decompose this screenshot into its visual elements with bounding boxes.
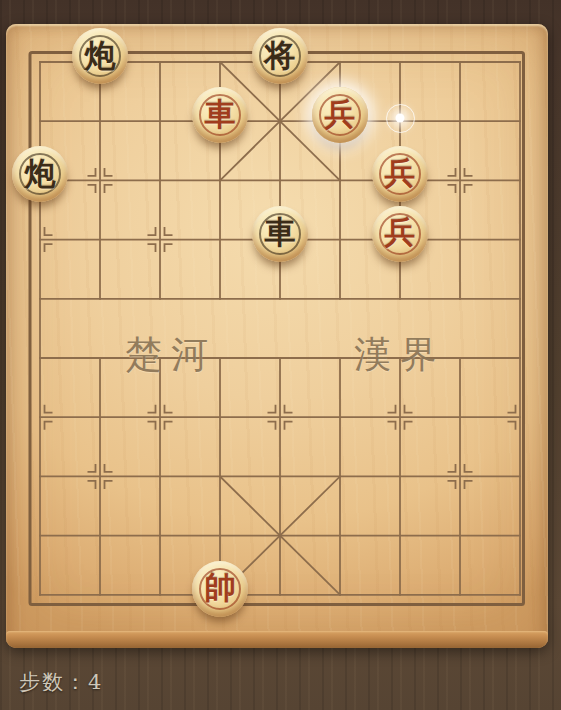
- piece-glyph-red-soldier-2: 兵: [385, 158, 416, 189]
- piece-glyph-black-cannon-2: 炮: [25, 158, 56, 189]
- piece-glyph-red-rook: 車: [205, 99, 236, 130]
- piece-glyph-red-soldier-1: 兵: [325, 99, 356, 130]
- piece-glyph-black-cannon-1: 炮: [85, 40, 116, 71]
- move-counter: 步数：4: [19, 668, 103, 696]
- piece-black-cannon-2[interactable]: 炮: [12, 146, 68, 202]
- piece-red-rook[interactable]: 車: [192, 87, 248, 143]
- piece-glyph-black-general: 将: [265, 40, 296, 71]
- piece-glyph-red-general: 帥: [205, 572, 236, 603]
- piece-red-soldier-1[interactable]: 兵: [312, 87, 368, 143]
- piece-glyph-red-soldier-3: 兵: [385, 217, 416, 248]
- piece-red-soldier-2[interactable]: 兵: [372, 146, 428, 202]
- game-screen: 楚河 漢界 炮将車兵炮兵車兵帥 步数：4: [0, 0, 561, 710]
- piece-red-general[interactable]: 帥: [192, 561, 248, 617]
- piece-black-rook[interactable]: 車: [252, 206, 308, 262]
- xiangqi-board[interactable]: 楚河 漢界 炮将車兵炮兵車兵帥: [6, 24, 548, 648]
- piece-black-cannon-1[interactable]: 炮: [72, 28, 128, 84]
- piece-red-soldier-3[interactable]: 兵: [372, 206, 428, 262]
- piece-black-general[interactable]: 将: [252, 28, 308, 84]
- board-grid-lines: [0, 0, 561, 710]
- piece-glyph-black-rook: 車: [265, 217, 296, 248]
